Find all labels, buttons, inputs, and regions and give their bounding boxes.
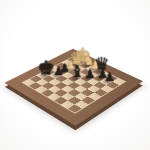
square-f8 [56, 63, 68, 69]
square-b1 [75, 100, 89, 108]
chess-board: ♚♟♟♟♛♚♞♝♟♟♛♟♟ [5, 49, 144, 126]
board-tilt: ♚♟♟♟♛♚♞♝♟♟♛♟♟ [5, 49, 144, 126]
chess-set-photo: ♚♟♟♟♛♚♞♝♟♟♛♟♟ [0, 0, 150, 150]
board-perspective-wrapper: ♚♟♟♟♛♚♞♝♟♟♛♟♟ [25, 33, 123, 131]
piece-white-king: ♚ [70, 45, 94, 64]
square-d1 [88, 93, 101, 101]
